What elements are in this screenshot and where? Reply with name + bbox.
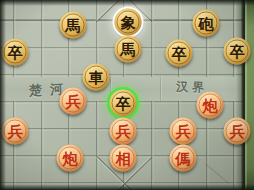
piece-red-elephant[interactable]: 相	[110, 145, 137, 172]
piece-red-soldier-file5[interactable]: 兵	[110, 118, 137, 145]
piece-glyph: 卒	[230, 44, 245, 59]
piece-red-soldier-file7[interactable]: 兵	[170, 118, 197, 145]
piece-glyph: 卒	[116, 96, 131, 111]
piece-glyph: 車	[89, 70, 104, 85]
piece-black-soldier-file5[interactable]: 卒	[110, 90, 137, 117]
piece-red-horse[interactable]: 傌	[170, 145, 197, 172]
piece-red-cannon-left[interactable]: 炮	[57, 145, 84, 172]
piece-black-elephant[interactable]: 象	[115, 9, 142, 36]
piece-black-horse-left[interactable]: 馬	[60, 12, 87, 39]
piece-glyph: 兵	[230, 124, 245, 139]
piece-black-cannon[interactable]: 砲	[193, 10, 220, 37]
piece-glyph: 兵	[66, 94, 81, 109]
crop-shadow-bottom	[0, 184, 254, 190]
piece-red-soldier-file3[interactable]: 兵	[60, 88, 87, 115]
piece-red-cannon-right[interactable]: 炮	[197, 92, 224, 119]
piece-red-soldier-file9[interactable]: 兵	[224, 118, 251, 145]
board-right-edge	[236, 0, 245, 190]
piece-black-horse-center[interactable]: 馬	[115, 36, 142, 63]
piece-glyph: 傌	[176, 151, 191, 166]
piece-glyph: 砲	[199, 16, 214, 31]
table-background-strip	[245, 0, 254, 190]
xiangqi-game-screen: 楚河 汉界 馬象砲卒馬卒卒車卒兵炮兵兵兵兵炮相傌	[0, 0, 254, 190]
piece-glyph: 兵	[116, 124, 131, 139]
crop-shadow-top	[0, 0, 254, 6]
piece-glyph: 兵	[176, 124, 191, 139]
piece-black-soldier-file9[interactable]: 卒	[224, 38, 251, 65]
piece-glyph: 馬	[66, 18, 81, 33]
piece-black-chariot[interactable]: 車	[83, 64, 110, 91]
piece-glyph: 炮	[63, 151, 78, 166]
piece-glyph: 兵	[8, 124, 23, 139]
crop-shadow-left	[0, 0, 6, 190]
piece-glyph: 馬	[121, 42, 136, 57]
piece-black-soldier-file7[interactable]: 卒	[166, 40, 193, 67]
piece-glyph: 卒	[172, 46, 187, 61]
piece-glyph: 炮	[203, 98, 218, 113]
piece-glyph: 相	[116, 151, 131, 166]
piece-glyph: 象	[121, 15, 136, 30]
piece-glyph: 卒	[8, 45, 23, 60]
